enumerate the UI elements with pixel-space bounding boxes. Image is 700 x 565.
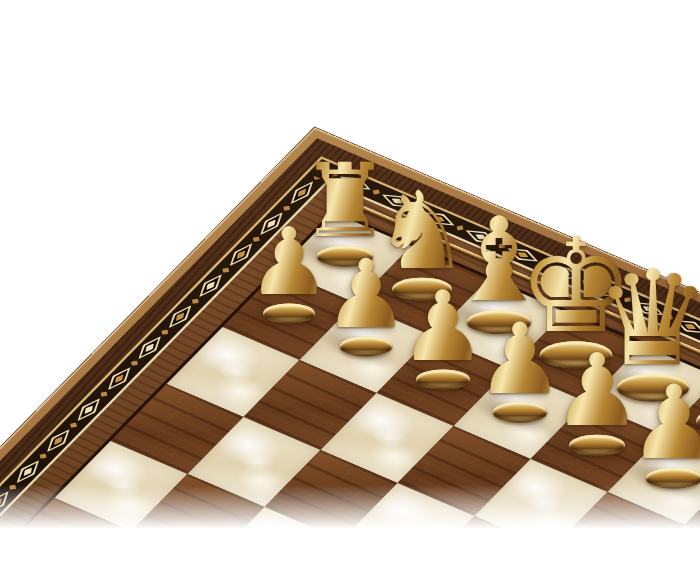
piece-glyph: ♟	[247, 216, 330, 309]
piece-glyph: ♟	[400, 278, 487, 375]
piece-glyph: ♟	[323, 247, 408, 342]
photo-scene: ♜♞♝♚♛♝♟♟♟♟♟♟	[0, 0, 700, 565]
piece-glyph: ♟	[628, 372, 700, 474]
piece-glyph: ♟	[476, 310, 564, 408]
